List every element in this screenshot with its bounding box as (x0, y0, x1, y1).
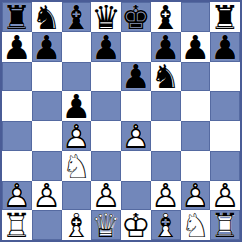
white-pawn-f2[interactable]: ♟♙ (151, 181, 181, 211)
piece-glyph: ♛ (91, 209, 121, 242)
piece-outline-glyph: ♘ (62, 149, 92, 182)
white-pawn-a2[interactable]: ♟♙ (2, 181, 32, 211)
white-pawn-b2[interactable]: ♟♙ (32, 181, 62, 211)
piece-outline-glyph: ♙ (181, 179, 211, 212)
piece-glyph: ♜ (210, 209, 240, 242)
square-e6[interactable]: ♟ (121, 62, 151, 92)
white-rook-a1[interactable]: ♜♖ (2, 210, 32, 240)
black-knight-b8[interactable]: ♞ (32, 2, 62, 32)
black-knight-f6[interactable]: ♞ (151, 62, 181, 92)
piece-glyph: ♟ (2, 179, 32, 212)
black-pawn-f7[interactable]: ♟ (151, 32, 181, 62)
piece-glyph: ♚ (121, 0, 151, 33)
piece-glyph: ♜ (210, 0, 240, 33)
piece-glyph: ♟ (210, 179, 240, 212)
square-e3[interactable] (121, 151, 151, 181)
square-b1[interactable] (32, 210, 62, 240)
piece-glyph: ♞ (62, 149, 92, 182)
black-pawn-d7[interactable]: ♟ (91, 32, 121, 62)
piece-glyph: ♟ (210, 30, 240, 63)
square-g1[interactable]: ♞♘ (181, 210, 211, 240)
black-pawn-e6[interactable]: ♟ (121, 62, 151, 92)
square-h6[interactable] (210, 62, 240, 92)
piece-outline-glyph: ♔ (121, 209, 151, 242)
piece-glyph: ♟ (62, 90, 92, 123)
white-bishop-c1[interactable]: ♝♗ (62, 210, 92, 240)
square-d1[interactable]: ♛♕ (91, 210, 121, 240)
black-king-e8[interactable]: ♚ (121, 2, 151, 32)
square-h5[interactable] (210, 91, 240, 121)
square-d4[interactable] (91, 121, 121, 151)
square-f6[interactable]: ♞ (151, 62, 181, 92)
square-d6[interactable] (91, 62, 121, 92)
square-a2[interactable]: ♟♙ (2, 181, 32, 211)
black-bishop-c8[interactable]: ♝ (62, 2, 92, 32)
square-c1[interactable]: ♝♗ (62, 210, 92, 240)
square-e2[interactable] (121, 181, 151, 211)
square-d3[interactable] (91, 151, 121, 181)
piece-outline-glyph: ♙ (210, 179, 240, 212)
piece-glyph: ♚ (121, 209, 151, 242)
square-f5[interactable] (151, 91, 181, 121)
piece-outline-glyph: ♖ (2, 209, 32, 242)
square-f2[interactable]: ♟♙ (151, 181, 181, 211)
piece-outline-glyph: ♗ (151, 209, 181, 242)
square-d7[interactable]: ♟ (91, 32, 121, 62)
square-c7[interactable] (62, 32, 92, 62)
square-e4[interactable]: ♟♙ (121, 121, 151, 151)
chess-board: ♜♞♝♛♚♝♜♟♟♟♟♟♟♟♞♟♟♙♟♙♞♘♟♙♟♙♟♙♟♙♟♙♟♙♜♖♝♗♛♕… (0, 0, 242, 242)
square-c4[interactable]: ♟♙ (62, 121, 92, 151)
piece-glyph: ♟ (121, 119, 151, 152)
square-h8[interactable]: ♜ (210, 2, 240, 32)
piece-glyph: ♛ (91, 0, 121, 33)
white-knight-g1[interactable]: ♞♘ (181, 210, 211, 240)
piece-glyph: ♞ (32, 0, 62, 33)
square-g5[interactable] (181, 91, 211, 121)
square-g4[interactable] (181, 121, 211, 151)
white-pawn-e4[interactable]: ♟♙ (121, 121, 151, 151)
white-pawn-h2[interactable]: ♟♙ (210, 181, 240, 211)
white-queen-d1[interactable]: ♛♕ (91, 210, 121, 240)
piece-glyph: ♟ (151, 30, 181, 63)
white-rook-h1[interactable]: ♜♖ (210, 210, 240, 240)
square-f3[interactable] (151, 151, 181, 181)
black-pawn-a7[interactable]: ♟ (2, 32, 32, 62)
piece-glyph: ♞ (181, 209, 211, 242)
piece-glyph: ♟ (91, 179, 121, 212)
square-g2[interactable]: ♟♙ (181, 181, 211, 211)
piece-glyph: ♟ (151, 179, 181, 212)
piece-outline-glyph: ♙ (32, 179, 62, 212)
black-pawn-g7[interactable]: ♟ (181, 32, 211, 62)
square-b7[interactable]: ♟ (32, 32, 62, 62)
square-f1[interactable]: ♝♗ (151, 210, 181, 240)
square-a4[interactable] (2, 121, 32, 151)
square-h4[interactable] (210, 121, 240, 151)
black-pawn-b7[interactable]: ♟ (32, 32, 62, 62)
square-c6[interactable] (62, 62, 92, 92)
piece-glyph: ♟ (32, 30, 62, 63)
square-a3[interactable] (2, 151, 32, 181)
square-c8[interactable]: ♝ (62, 2, 92, 32)
square-a7[interactable]: ♟ (2, 32, 32, 62)
piece-glyph: ♝ (151, 209, 181, 242)
black-pawn-c5[interactable]: ♟ (62, 91, 92, 121)
square-e7[interactable] (121, 32, 151, 62)
piece-outline-glyph: ♗ (62, 209, 92, 242)
square-f4[interactable] (151, 121, 181, 151)
piece-outline-glyph: ♙ (121, 119, 151, 152)
square-e5[interactable] (121, 91, 151, 121)
piece-outline-glyph: ♘ (181, 209, 211, 242)
square-e8[interactable]: ♚ (121, 2, 151, 32)
black-rook-h8[interactable]: ♜ (210, 2, 240, 32)
square-c2[interactable] (62, 181, 92, 211)
piece-glyph: ♟ (121, 60, 151, 93)
square-g7[interactable]: ♟ (181, 32, 211, 62)
piece-glyph: ♝ (62, 209, 92, 242)
piece-glyph: ♟ (181, 179, 211, 212)
square-h3[interactable] (210, 151, 240, 181)
piece-outline-glyph: ♙ (91, 179, 121, 212)
square-d8[interactable]: ♛ (91, 2, 121, 32)
white-pawn-g2[interactable]: ♟♙ (181, 181, 211, 211)
white-pawn-d2[interactable]: ♟♙ (91, 181, 121, 211)
white-pawn-c4[interactable]: ♟♙ (62, 121, 92, 151)
piece-outline-glyph: ♙ (62, 119, 92, 152)
square-a8[interactable]: ♜ (2, 2, 32, 32)
square-b8[interactable]: ♞ (32, 2, 62, 32)
square-c3[interactable]: ♞♘ (62, 151, 92, 181)
square-b5[interactable] (32, 91, 62, 121)
piece-glyph: ♝ (62, 0, 92, 33)
square-a6[interactable] (2, 62, 32, 92)
piece-glyph: ♜ (2, 209, 32, 242)
square-f8[interactable]: ♝ (151, 2, 181, 32)
square-g8[interactable] (181, 2, 211, 32)
square-g3[interactable] (181, 151, 211, 181)
white-knight-c3[interactable]: ♞♘ (62, 151, 92, 181)
piece-outline-glyph: ♕ (91, 209, 121, 242)
square-b3[interactable] (32, 151, 62, 181)
square-b6[interactable] (32, 62, 62, 92)
piece-glyph: ♟ (91, 30, 121, 63)
square-f7[interactable]: ♟ (151, 32, 181, 62)
piece-glyph: ♟ (62, 119, 92, 152)
square-h1[interactable]: ♜♖ (210, 210, 240, 240)
square-g6[interactable] (181, 62, 211, 92)
piece-glyph: ♟ (181, 30, 211, 63)
piece-outline-glyph: ♖ (210, 209, 240, 242)
black-queen-d8[interactable]: ♛ (91, 2, 121, 32)
square-b2[interactable]: ♟♙ (32, 181, 62, 211)
piece-glyph: ♜ (2, 0, 32, 33)
black-rook-a8[interactable]: ♜ (2, 2, 32, 32)
white-king-e1[interactable]: ♚♔ (121, 210, 151, 240)
square-b4[interactable] (32, 121, 62, 151)
piece-glyph: ♞ (151, 60, 181, 93)
square-e1[interactable]: ♚♔ (121, 210, 151, 240)
chess-board-container: ♜♞♝♛♚♝♜♟♟♟♟♟♟♟♞♟♟♙♟♙♞♘♟♙♟♙♟♙♟♙♟♙♟♙♜♖♝♗♛♕… (0, 0, 242, 242)
square-h2[interactable]: ♟♙ (210, 181, 240, 211)
white-bishop-f1[interactable]: ♝♗ (151, 210, 181, 240)
black-bishop-f8[interactable]: ♝ (151, 2, 181, 32)
piece-glyph: ♟ (2, 30, 32, 63)
black-pawn-h7[interactable]: ♟ (210, 32, 240, 62)
square-a1[interactable]: ♜♖ (2, 210, 32, 240)
piece-glyph: ♟ (32, 179, 62, 212)
piece-outline-glyph: ♙ (151, 179, 181, 212)
square-c5[interactable]: ♟ (62, 91, 92, 121)
square-a5[interactable] (2, 91, 32, 121)
square-h7[interactable]: ♟ (210, 32, 240, 62)
square-d2[interactable]: ♟♙ (91, 181, 121, 211)
piece-glyph: ♝ (151, 0, 181, 33)
square-d5[interactable] (91, 91, 121, 121)
piece-outline-glyph: ♙ (2, 179, 32, 212)
